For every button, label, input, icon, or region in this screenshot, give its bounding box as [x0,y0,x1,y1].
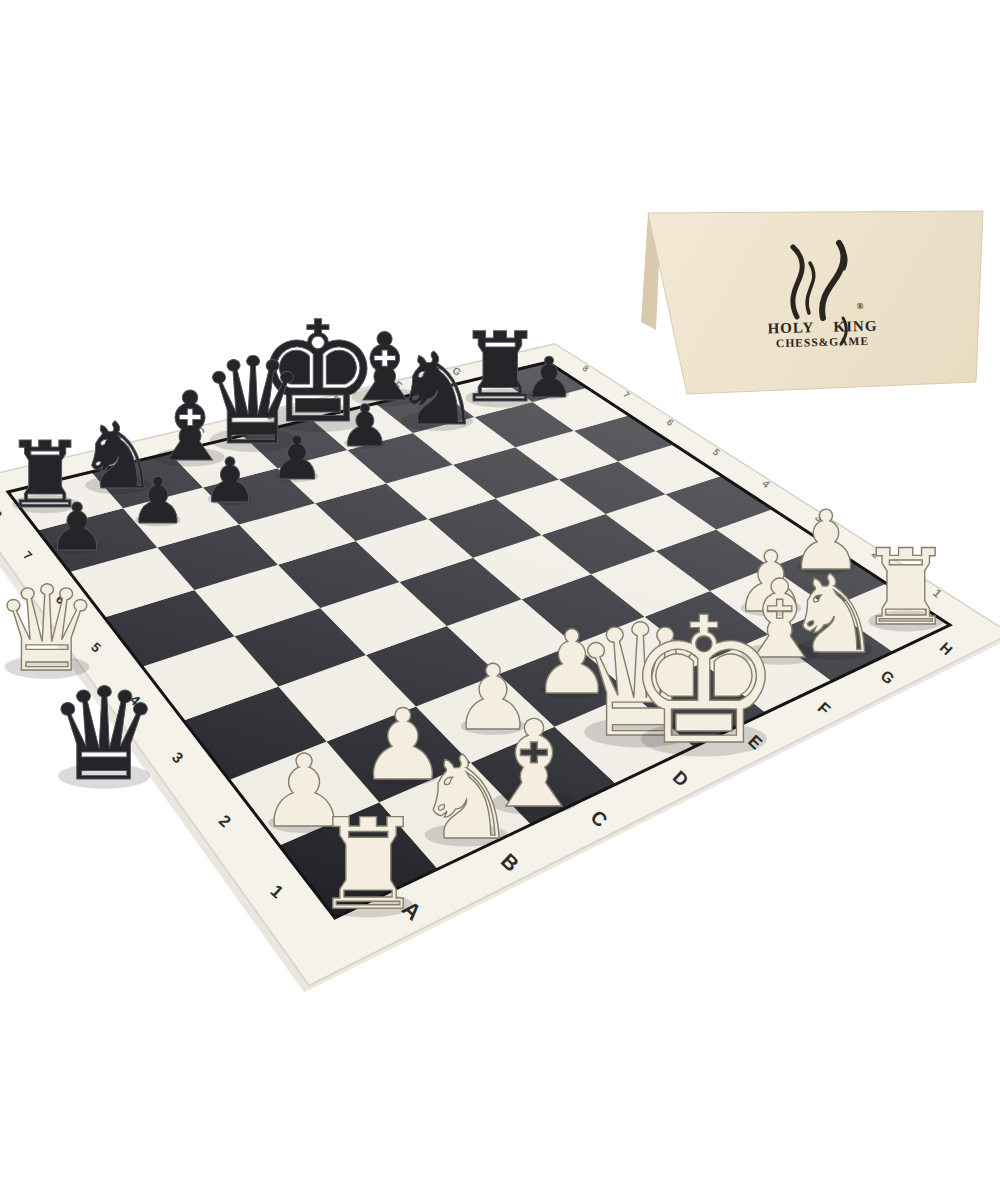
piece-black-pawn-c7: ♟ [202,444,258,517]
piece-white-king-e1: ♚ [626,580,783,783]
product-photo: AABBCCDDEEFFGGHH1122334455667788♟♝♜♚♞♛♟♝… [0,0,1000,1200]
piece-white-knight-b1: ♞ [414,731,517,865]
extra-black-queen: ♛ [47,660,162,809]
piece-black-pawn-b7: ♟ [129,464,186,538]
piece-black-pawn-d7: ♟ [270,423,324,493]
piece-black-pawn-a7: ♟ [47,489,106,566]
piece-black-pawn-e7: ♟ [339,392,391,460]
piece-black-knight-g8: ♞ [392,331,482,448]
piece-white-rook-a1: ♜ [312,792,424,937]
chess-set-illustration: AABBCCDDEEFFGGHH1122334455667788♟♝♜♚♞♛♟♝… [0,0,1000,1200]
registered-mark: ® [853,301,867,311]
card-face [648,211,983,394]
brand-card [641,211,983,394]
